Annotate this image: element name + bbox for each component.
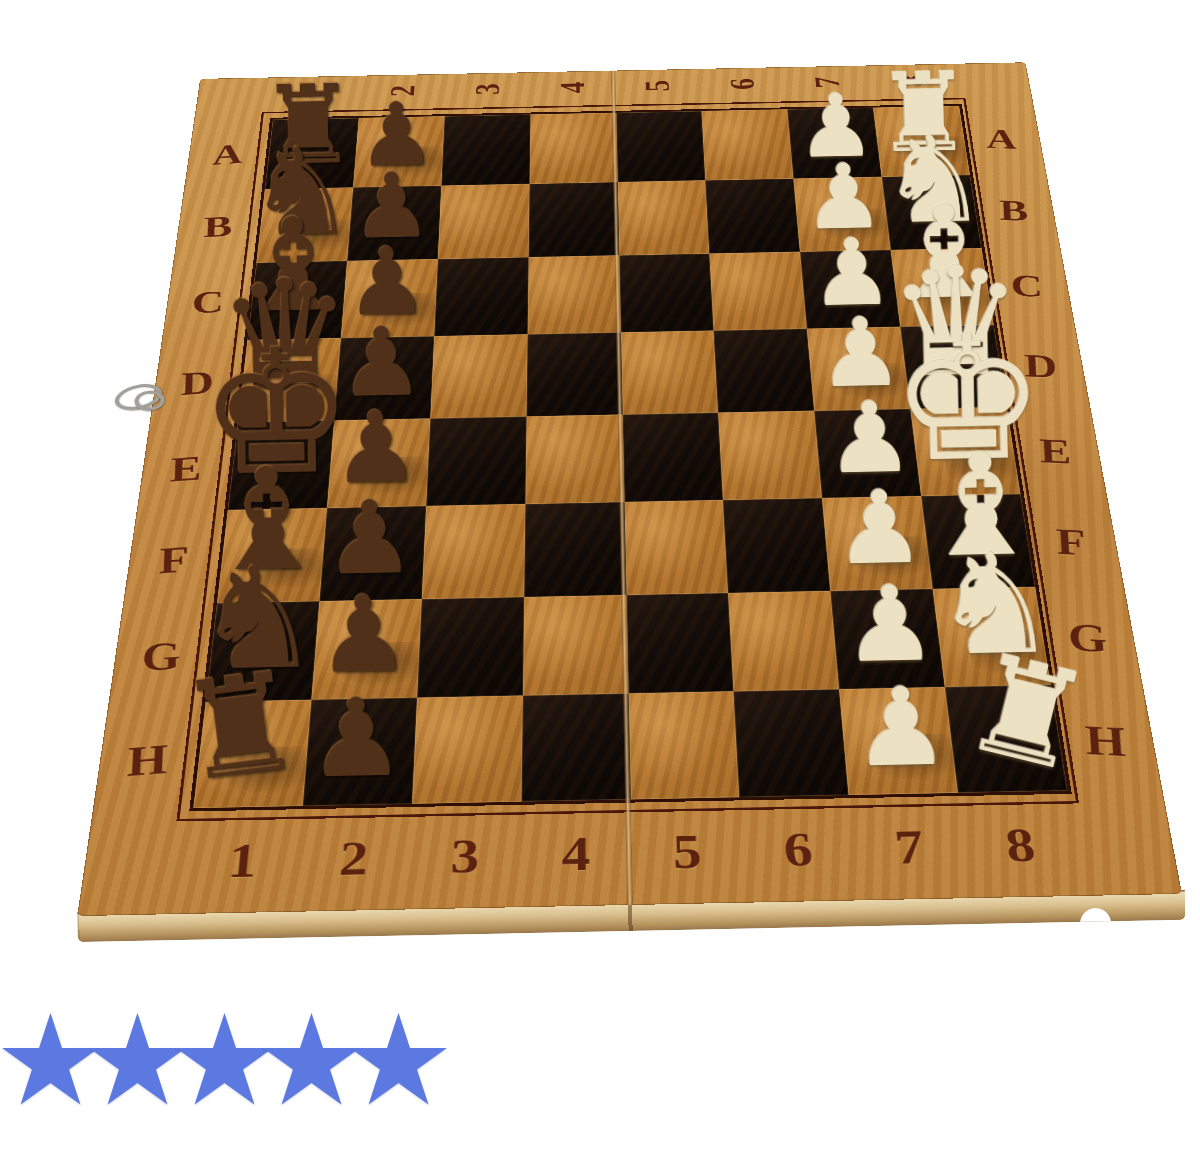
square-d3 [430,335,527,419]
rank-label-bottom-5: 5 [655,827,720,877]
square-h5 [628,692,739,800]
piece-dark-pawn-h2: ♟ [308,683,407,793]
square-c4 [527,255,620,334]
square-b5 [617,180,709,255]
piece-light-pawn-g7: ♟ [842,571,938,677]
square-h3 [412,696,523,804]
square-g3 [417,597,524,698]
square-h2: ♟ [303,698,417,806]
square-h8: ♜ [945,685,1067,793]
rank-label-bottom-2: 2 [321,834,387,884]
chess-board: ♜♟♟♜♞♟♟♞♝♟♟♝♛♟♟♛♚♟♟♚♝♟♟♝♞♟♟♞♜♟♟♜ AABBCCD… [77,62,1182,916]
square-a6 [702,109,794,180]
square-e3 [426,417,526,506]
square-g4 [523,595,629,696]
square-a5 [616,111,706,182]
file-label-left-h: H [116,737,179,784]
square-d5 [621,331,719,415]
square-d4 [526,333,622,417]
square-f5 [624,500,728,595]
square-c6 [710,252,808,331]
rank-label-top-4: 4 [556,72,591,104]
piece-light-pawn-h7: ♟ [852,672,951,782]
latch-clasp-icon [113,381,171,412]
square-f3 [422,504,525,599]
square-e5 [622,413,723,502]
square-g6 [728,591,839,692]
square-e4 [525,415,624,504]
page: ♜♟♟♜♞♟♟♞♝♟♟♝♛♟♟♛♚♟♟♚♝♟♟♝♞♟♟♞♜♟♟♜ AABBCCD… [0,0,1200,1175]
square-a4 [529,113,617,184]
square-e6 [718,411,822,500]
rank-label-bottom-3: 3 [432,832,496,882]
rank-label-top-3: 3 [470,73,506,105]
square-h7: ♟ [839,687,958,795]
square-h4 [521,694,630,802]
rank-label-bottom-8: 8 [986,820,1056,870]
square-b6 [706,178,801,253]
rank-label-bottom-7: 7 [875,823,943,873]
square-g5 [626,593,734,694]
rank-label-bottom-4: 4 [544,829,607,879]
square-c5 [619,253,714,332]
square-a3 [441,115,530,186]
square-h6 [734,689,849,797]
square-d6 [714,329,815,413]
piece-dark-rook-h1: ♜ [173,652,310,801]
file-label-left-a: A [202,139,252,170]
square-b4 [528,182,619,257]
square-c3 [434,257,528,336]
rank-label-bottom-1: 1 [209,836,277,886]
square-f6 [723,498,830,593]
square-f4 [524,502,626,597]
rating-stars[interactable]: ★★★★★ [0,998,429,1124]
piece-dark-pawn-g2: ♟ [316,581,412,687]
square-h1: ♜ [193,700,311,808]
rank-label-top-5: 5 [640,70,676,102]
square-b3 [438,184,530,259]
rank-label-top-6: 6 [724,68,761,100]
board-border: ♜♟♟♜♞♟♟♞♝♟♟♝♛♟♟♛♚♟♟♚♝♟♟♝♞♟♟♞♜♟♟♜ [176,98,1079,822]
star-icon[interactable]: ★ [342,998,455,1124]
board-grid: ♜♟♟♜♞♟♟♞♝♟♟♝♛♟♟♛♚♟♟♚♝♟♟♝♞♟♟♞♜♟♟♜ [189,104,1072,812]
rank-label-bottom-6: 6 [765,825,831,875]
